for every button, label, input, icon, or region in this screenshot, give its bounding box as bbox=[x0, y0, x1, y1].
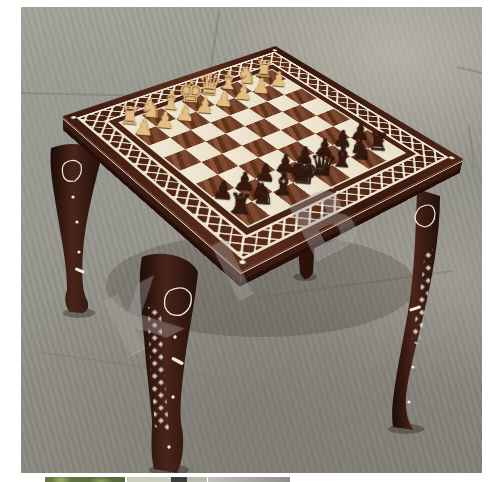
product-photo: ♜♞♝♛♚♝♞♜♟♟♟♟♟♟♟♟♟♟♟♟♟♟♟♟♜♞♝♛♚♝♞♜ K I B bbox=[21, 7, 482, 473]
chess-piece-white-pawn: ♟ bbox=[154, 109, 176, 133]
chess-piece-white-pawn: ♟ bbox=[175, 102, 196, 125]
chess-piece-white-pawn: ♟ bbox=[133, 116, 155, 140]
gallery-thumbnail-3[interactable] bbox=[208, 477, 290, 482]
chess-piece-white-pawn: ♟ bbox=[251, 75, 271, 97]
chess-piece-white-pawn: ♟ bbox=[269, 69, 289, 91]
gallery-thumbnail-2[interactable] bbox=[127, 477, 207, 482]
gallery-thumbnail-strip bbox=[0, 477, 500, 482]
page: ♜♞♝♛♚♝♞♜♟♟♟♟♟♟♟♟♟♟♟♟♟♟♟♟♜♞♝♛♚♝♞♜ K I B bbox=[0, 0, 500, 482]
chess-piece-white-pawn: ♟ bbox=[233, 81, 253, 103]
gallery-thumbnail-1[interactable] bbox=[45, 477, 125, 482]
chess-piece-white-pawn: ♟ bbox=[214, 88, 235, 111]
chess-piece-white-pawn: ♟ bbox=[195, 95, 216, 118]
